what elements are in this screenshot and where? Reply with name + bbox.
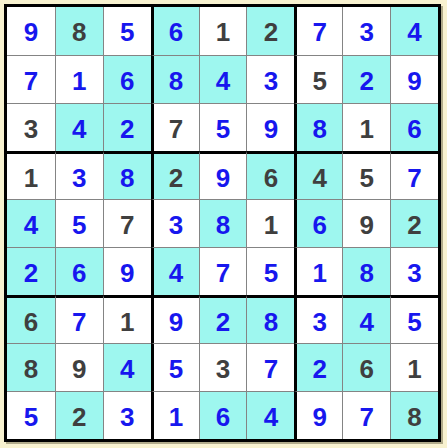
cell-r7c3[interactable]: 1 — [103, 295, 151, 343]
cell-r2c9[interactable]: 9 — [390, 55, 438, 103]
cell-r6c2[interactable]: 6 — [55, 247, 103, 295]
cell-r8c2[interactable]: 9 — [55, 343, 103, 391]
cell-r5c9[interactable]: 2 — [390, 199, 438, 247]
cell-r8c1[interactable]: 8 — [7, 343, 55, 391]
cell-r8c5[interactable]: 3 — [199, 343, 247, 391]
cell-r3c5[interactable]: 5 — [199, 103, 247, 151]
cell-r7c2[interactable]: 7 — [55, 295, 103, 343]
cell-r9c7[interactable]: 9 — [294, 391, 342, 439]
cell-r1c8[interactable]: 3 — [342, 7, 390, 55]
cell-r2c7[interactable]: 5 — [294, 55, 342, 103]
cell-r2c3[interactable]: 6 — [103, 55, 151, 103]
cell-r1c9[interactable]: 4 — [390, 7, 438, 55]
cell-r3c3[interactable]: 2 — [103, 103, 151, 151]
cell-r3c8[interactable]: 1 — [342, 103, 390, 151]
cell-r4c8[interactable]: 5 — [342, 151, 390, 199]
sudoku-board: 9856127347168435293427598161382964574573… — [4, 4, 441, 442]
cell-r5c1[interactable]: 4 — [7, 199, 55, 247]
cell-r7c4[interactable]: 9 — [151, 295, 199, 343]
cell-r4c9[interactable]: 7 — [390, 151, 438, 199]
cell-r9c9[interactable]: 8 — [390, 391, 438, 439]
cell-r2c1[interactable]: 7 — [7, 55, 55, 103]
cell-r5c5[interactable]: 8 — [199, 199, 247, 247]
cell-r4c3[interactable]: 8 — [103, 151, 151, 199]
cell-r3c9[interactable]: 6 — [390, 103, 438, 151]
cell-r6c6[interactable]: 5 — [246, 247, 294, 295]
cell-r9c4[interactable]: 1 — [151, 391, 199, 439]
cell-r8c8[interactable]: 6 — [342, 343, 390, 391]
cell-r1c1[interactable]: 9 — [7, 7, 55, 55]
cell-r8c6[interactable]: 7 — [246, 343, 294, 391]
cell-r2c5[interactable]: 4 — [199, 55, 247, 103]
cell-r6c9[interactable]: 3 — [390, 247, 438, 295]
cell-r4c1[interactable]: 1 — [7, 151, 55, 199]
cell-r7c7[interactable]: 3 — [294, 295, 342, 343]
cell-r5c2[interactable]: 5 — [55, 199, 103, 247]
cell-r5c3[interactable]: 7 — [103, 199, 151, 247]
cell-r3c1[interactable]: 3 — [7, 103, 55, 151]
cell-r8c9[interactable]: 1 — [390, 343, 438, 391]
cell-r3c7[interactable]: 8 — [294, 103, 342, 151]
cell-r4c5[interactable]: 9 — [199, 151, 247, 199]
cell-r8c7[interactable]: 2 — [294, 343, 342, 391]
cell-r7c8[interactable]: 4 — [342, 295, 390, 343]
cell-r9c6[interactable]: 4 — [246, 391, 294, 439]
cell-r1c5[interactable]: 1 — [199, 7, 247, 55]
cell-r6c8[interactable]: 8 — [342, 247, 390, 295]
cell-r1c3[interactable]: 5 — [103, 7, 151, 55]
cell-r4c2[interactable]: 3 — [55, 151, 103, 199]
cell-r5c7[interactable]: 6 — [294, 199, 342, 247]
cell-r9c2[interactable]: 2 — [55, 391, 103, 439]
cell-r6c3[interactable]: 9 — [103, 247, 151, 295]
cell-r6c7[interactable]: 1 — [294, 247, 342, 295]
cell-r8c3[interactable]: 4 — [103, 343, 151, 391]
cell-r9c3[interactable]: 3 — [103, 391, 151, 439]
cell-r1c6[interactable]: 2 — [246, 7, 294, 55]
cell-r3c6[interactable]: 9 — [246, 103, 294, 151]
cell-r2c2[interactable]: 1 — [55, 55, 103, 103]
cell-r5c8[interactable]: 9 — [342, 199, 390, 247]
cell-r9c8[interactable]: 7 — [342, 391, 390, 439]
cell-r5c6[interactable]: 1 — [246, 199, 294, 247]
cell-r6c4[interactable]: 4 — [151, 247, 199, 295]
cell-r7c1[interactable]: 6 — [7, 295, 55, 343]
cell-r1c4[interactable]: 6 — [151, 7, 199, 55]
cell-r7c5[interactable]: 2 — [199, 295, 247, 343]
cell-r2c4[interactable]: 8 — [151, 55, 199, 103]
cell-r5c4[interactable]: 3 — [151, 199, 199, 247]
cell-r8c4[interactable]: 5 — [151, 343, 199, 391]
cell-r9c1[interactable]: 5 — [7, 391, 55, 439]
cell-r2c6[interactable]: 3 — [246, 55, 294, 103]
cell-r9c5[interactable]: 6 — [199, 391, 247, 439]
cell-r3c4[interactable]: 7 — [151, 103, 199, 151]
page-background: { "game": "sudoku", "position": "9856127… — [0, 0, 447, 448]
cell-r7c9[interactable]: 5 — [390, 295, 438, 343]
cell-r4c7[interactable]: 4 — [294, 151, 342, 199]
cell-r7c6[interactable]: 8 — [246, 295, 294, 343]
cell-r2c8[interactable]: 2 — [342, 55, 390, 103]
cell-r4c6[interactable]: 6 — [246, 151, 294, 199]
cell-r4c4[interactable]: 2 — [151, 151, 199, 199]
cell-r1c7[interactable]: 7 — [294, 7, 342, 55]
cell-r6c5[interactable]: 7 — [199, 247, 247, 295]
cell-r3c2[interactable]: 4 — [55, 103, 103, 151]
cell-r1c2[interactable]: 8 — [55, 7, 103, 55]
cell-r6c1[interactable]: 2 — [7, 247, 55, 295]
